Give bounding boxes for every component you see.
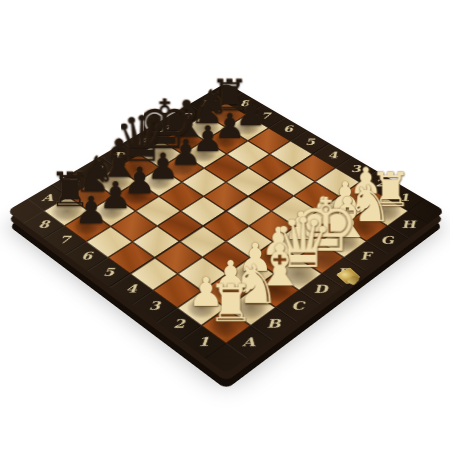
coordinate-text: 3 [350, 164, 361, 175]
chess-board-photo: AABBCCDDEEFFGGHH8877665544332211♜♞♝♛♚♝♞♜… [0, 0, 450, 450]
coordinate-text: G [380, 234, 395, 246]
coordinate-text: 7 [261, 111, 271, 121]
coordinate-text: 6 [80, 250, 92, 263]
coordinate-text: H [400, 219, 416, 231]
coordinate-text: 7 [59, 234, 71, 246]
coordinate-text: 2 [374, 178, 386, 189]
coordinate-text: 2 [173, 317, 185, 331]
coordinate-text: B [65, 178, 79, 189]
coordinate-text: 5 [305, 137, 316, 147]
coordinate-text: 8 [38, 219, 50, 231]
coordinate-text: H [201, 99, 214, 109]
coordinate-text: D [313, 282, 328, 295]
coordinate-text: 4 [125, 282, 137, 295]
coordinate-text: A [41, 192, 54, 204]
coordinate-text: B [266, 317, 280, 331]
coordinate-text: 5 [102, 266, 114, 279]
coordinate-text: G [180, 111, 192, 121]
chess-board: AABBCCDDEEFFGGHH8877665544332211♜♞♝♛♚♝♞♜… [7, 83, 445, 374]
coordinate-text: C [291, 299, 305, 313]
coordinate-text: 4 [327, 150, 338, 161]
coordinate-text: F [159, 124, 169, 134]
coordinate-text: 1 [398, 192, 410, 204]
coordinate-text: 8 [240, 99, 250, 109]
coordinate-text: 6 [282, 124, 292, 134]
coordinate-text: E [136, 137, 148, 147]
coordinate-text: A [242, 335, 255, 350]
coordinate-text: D [113, 150, 126, 161]
coordinate-text: C [90, 164, 103, 175]
coordinate-text: 3 [149, 299, 161, 313]
coordinate-text: F [359, 250, 371, 263]
coordinate-text: 1 [197, 335, 209, 350]
